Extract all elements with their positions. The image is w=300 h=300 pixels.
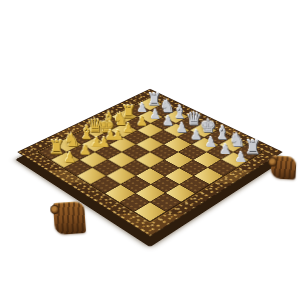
square-r8c6 xyxy=(208,160,237,176)
silver-rook-icon: ♜ xyxy=(145,91,163,108)
bronze-foot-right xyxy=(270,155,296,179)
silver-queen-icon: ♛ xyxy=(185,110,204,128)
chess-set-photo: ♜♞♝♛♚♝♞♜♟♜♟♟♟♟♟♟♟♟♟♞♟♝♟♛♟♚♟♝♟♞♟♜ xyxy=(0,0,300,300)
bronze-foot-left xyxy=(53,201,86,235)
silver-rook-icon: ♜ xyxy=(243,138,263,157)
